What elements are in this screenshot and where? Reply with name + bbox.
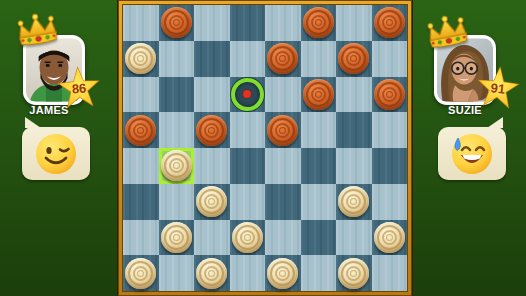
board-cell: [123, 5, 159, 41]
checker-piece-white[interactable]: [196, 186, 227, 217]
board-cell: [372, 255, 408, 291]
board-cell: [194, 148, 230, 184]
board-cell: [265, 148, 301, 184]
board-cell[interactable]: [159, 77, 195, 113]
emoji-bubble-left[interactable]: [22, 127, 90, 180]
board-cell[interactable]: [159, 220, 195, 256]
board-cell[interactable]: [230, 148, 266, 184]
board-cell[interactable]: [159, 5, 195, 41]
board-cell[interactable]: [123, 184, 159, 220]
board-cell: [159, 255, 195, 291]
checker-piece-white[interactable]: [196, 258, 227, 289]
board-cell: [123, 220, 159, 256]
checker-piece-white[interactable]: [338, 258, 369, 289]
sweat-smile-emoji-icon: [450, 132, 494, 176]
board-cell[interactable]: [230, 220, 266, 256]
checker-piece-orange[interactable]: [267, 43, 298, 74]
board-cell[interactable]: [301, 148, 337, 184]
checker-piece-white[interactable]: [232, 222, 263, 253]
checker-piece-orange[interactable]: [374, 79, 405, 110]
board-cell: [301, 41, 337, 77]
checker-piece-orange[interactable]: [303, 79, 334, 110]
emoji-bubble-right[interactable]: [438, 127, 506, 180]
crown-icon: [12, 9, 63, 50]
board-cell[interactable]: [123, 255, 159, 291]
score-star-badge: 86: [58, 67, 101, 110]
board-grid: [123, 5, 407, 291]
board-cell[interactable]: [372, 220, 408, 256]
board-cell: [336, 77, 372, 113]
board-cell: [230, 184, 266, 220]
checker-piece-orange[interactable]: [125, 115, 156, 146]
checker-piece-white[interactable]: [267, 258, 298, 289]
board-cell[interactable]: [265, 112, 301, 148]
board-cell[interactable]: [336, 255, 372, 291]
board-cell: [265, 5, 301, 41]
move-target-indicator[interactable]: [231, 78, 264, 111]
board-cell: [372, 184, 408, 220]
checker-piece-orange[interactable]: [338, 43, 369, 74]
board-cell[interactable]: [372, 5, 408, 41]
board-cell: [194, 220, 230, 256]
board-cell: [301, 255, 337, 291]
board-cell[interactable]: [265, 41, 301, 77]
board-cell: [301, 112, 337, 148]
target-dot: [243, 90, 251, 98]
board-cell[interactable]: [336, 184, 372, 220]
board-cell[interactable]: [301, 220, 337, 256]
player-left-score: 86: [59, 80, 100, 98]
board-cell[interactable]: [265, 255, 301, 291]
board-cell[interactable]: [336, 112, 372, 148]
board-cell: [336, 148, 372, 184]
board-cell[interactable]: [230, 5, 266, 41]
checker-piece-white[interactable]: [125, 258, 156, 289]
board-cell: [230, 255, 266, 291]
bubble-tail: [487, 117, 503, 128]
checker-piece-orange[interactable]: [161, 7, 192, 38]
board-cell[interactable]: [194, 41, 230, 77]
checker-piece-orange[interactable]: [196, 115, 227, 146]
checker-piece-white[interactable]: [374, 222, 405, 253]
selected-square-highlight[interactable]: [159, 148, 195, 184]
board-cell[interactable]: [123, 41, 159, 77]
board-cell[interactable]: [372, 77, 408, 113]
board-cell[interactable]: [194, 112, 230, 148]
board-cell: [194, 77, 230, 113]
checker-piece-white[interactable]: [338, 186, 369, 217]
board-cell[interactable]: [230, 77, 266, 113]
board-cell: [372, 112, 408, 148]
checker-piece-white[interactable]: [161, 150, 192, 181]
board-cell[interactable]: [301, 5, 337, 41]
board-cell: [230, 41, 266, 77]
board-cell[interactable]: [194, 255, 230, 291]
board-cell[interactable]: [265, 184, 301, 220]
board-cell[interactable]: [194, 184, 230, 220]
board-cell: [123, 148, 159, 184]
board-cell: [159, 112, 195, 148]
board-cell: [265, 77, 301, 113]
checker-piece-white[interactable]: [161, 222, 192, 253]
bubble-tail: [25, 117, 41, 128]
board-cell: [265, 220, 301, 256]
board-cell: [194, 5, 230, 41]
board-cell[interactable]: [336, 41, 372, 77]
board-cell[interactable]: [372, 148, 408, 184]
board-cell: [336, 220, 372, 256]
checker-piece-white[interactable]: [125, 43, 156, 74]
checkers-board: [118, 0, 412, 296]
board-cell: [301, 184, 337, 220]
board-cell: [372, 41, 408, 77]
board-cell: [230, 112, 266, 148]
board-cell[interactable]: [123, 112, 159, 148]
board-cell[interactable]: [301, 77, 337, 113]
player-right-score: 91: [477, 79, 518, 98]
checker-piece-orange[interactable]: [267, 115, 298, 146]
game-screen: 86 JAMES: [0, 0, 526, 296]
board-cell: [159, 41, 195, 77]
board-cell: [159, 184, 195, 220]
board-cell: [123, 77, 159, 113]
checker-piece-orange[interactable]: [374, 7, 405, 38]
board-cell: [336, 5, 372, 41]
score-star-badge: 91: [476, 66, 520, 110]
winking-face-emoji-icon: [34, 132, 78, 176]
checker-piece-orange[interactable]: [303, 7, 334, 38]
